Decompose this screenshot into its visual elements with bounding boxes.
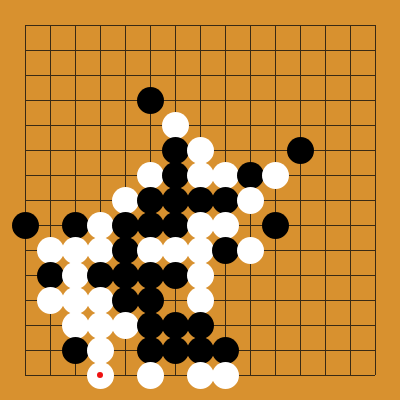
intersection[interactable]: [63, 63, 88, 88]
white-stone: [37, 287, 64, 314]
intersection[interactable]: [88, 13, 113, 38]
intersection[interactable]: [363, 213, 388, 238]
intersection[interactable]: [238, 263, 263, 288]
intersection[interactable]: [213, 238, 238, 263]
black-stone: [37, 262, 64, 289]
intersection[interactable]: [338, 13, 363, 38]
intersection[interactable]: [38, 288, 63, 313]
intersection[interactable]: [13, 363, 38, 388]
intersection[interactable]: [263, 313, 288, 338]
intersection[interactable]: [113, 138, 138, 163]
intersection[interactable]: [313, 338, 338, 363]
black-stone: [162, 212, 189, 239]
intersection[interactable]: [38, 363, 63, 388]
black-stone: [162, 337, 189, 364]
intersection[interactable]: [363, 113, 388, 138]
intersection[interactable]: [63, 288, 88, 313]
white-stone: [137, 237, 164, 264]
intersection[interactable]: [13, 213, 38, 238]
white-stone: [187, 162, 214, 189]
white-stone: [87, 362, 114, 389]
intersection[interactable]: [313, 88, 338, 113]
intersection[interactable]: [188, 63, 213, 88]
black-stone: [187, 337, 214, 364]
intersection[interactable]: [313, 238, 338, 263]
intersection[interactable]: [138, 163, 163, 188]
intersection[interactable]: [13, 38, 38, 63]
intersection[interactable]: [163, 263, 188, 288]
white-stone: [87, 337, 114, 364]
intersection[interactable]: [313, 313, 338, 338]
intersection[interactable]: [313, 363, 338, 388]
black-stone: [62, 337, 89, 364]
intersection[interactable]: [313, 163, 338, 188]
intersection[interactable]: [238, 88, 263, 113]
black-stone: [262, 212, 289, 239]
black-stone: [237, 162, 264, 189]
intersection[interactable]: [288, 363, 313, 388]
intersection[interactable]: [288, 313, 313, 338]
intersection[interactable]: [263, 263, 288, 288]
white-stone: [87, 287, 114, 314]
intersection[interactable]: [263, 138, 288, 163]
intersection[interactable]: [263, 288, 288, 313]
intersection[interactable]: [163, 338, 188, 363]
intersection[interactable]: [138, 363, 163, 388]
intersection[interactable]: [313, 213, 338, 238]
intersection[interactable]: [213, 213, 238, 238]
black-stone: [137, 312, 164, 339]
white-stone: [212, 212, 239, 239]
intersection[interactable]: [213, 263, 238, 288]
intersection[interactable]: [163, 363, 188, 388]
intersection[interactable]: [238, 213, 263, 238]
intersection[interactable]: [338, 238, 363, 263]
white-stone: [162, 237, 189, 264]
intersection[interactable]: [288, 13, 313, 38]
white-stone: [37, 237, 64, 264]
intersection[interactable]: [213, 288, 238, 313]
black-stone: [137, 287, 164, 314]
intersection[interactable]: [88, 288, 113, 313]
intersection[interactable]: [138, 113, 163, 138]
intersection[interactable]: [288, 188, 313, 213]
intersection[interactable]: [163, 13, 188, 38]
white-stone: [237, 187, 264, 214]
intersection[interactable]: [338, 313, 363, 338]
white-stone: [212, 362, 239, 389]
intersection[interactable]: [13, 288, 38, 313]
intersection[interactable]: [138, 138, 163, 163]
intersection[interactable]: [313, 188, 338, 213]
intersection[interactable]: [188, 38, 213, 63]
intersection[interactable]: [113, 38, 138, 63]
white-stone: [162, 112, 189, 139]
intersection[interactable]: [13, 63, 38, 88]
intersection[interactable]: [88, 163, 113, 188]
intersection[interactable]: [363, 288, 388, 313]
black-stone: [62, 212, 89, 239]
intersection[interactable]: [38, 63, 63, 88]
intersection[interactable]: [288, 238, 313, 263]
intersection[interactable]: [63, 363, 88, 388]
intersection[interactable]: [263, 363, 288, 388]
intersection[interactable]: [338, 213, 363, 238]
white-stone: [262, 162, 289, 189]
black-stone: [87, 262, 114, 289]
intersection[interactable]: [63, 213, 88, 238]
intersection[interactable]: [88, 363, 113, 388]
white-stone: [137, 362, 164, 389]
intersection[interactable]: [288, 338, 313, 363]
intersection[interactable]: [288, 213, 313, 238]
intersection[interactable]: [38, 238, 63, 263]
black-stone: [137, 212, 164, 239]
black-stone: [162, 312, 189, 339]
intersection[interactable]: [188, 163, 213, 188]
intersection[interactable]: [13, 263, 38, 288]
intersection[interactable]: [138, 13, 163, 38]
intersection[interactable]: [188, 13, 213, 38]
black-stone: [162, 137, 189, 164]
intersection[interactable]: [338, 88, 363, 113]
intersection[interactable]: [38, 338, 63, 363]
intersection[interactable]: [88, 63, 113, 88]
intersection[interactable]: [63, 338, 88, 363]
intersection[interactable]: [113, 88, 138, 113]
intersection[interactable]: [363, 313, 388, 338]
intersection[interactable]: [138, 213, 163, 238]
intersection[interactable]: [288, 63, 313, 88]
intersection[interactable]: [113, 188, 138, 213]
white-stone: [187, 137, 214, 164]
intersection[interactable]: [238, 313, 263, 338]
intersection[interactable]: [213, 88, 238, 113]
intersection[interactable]: [263, 338, 288, 363]
intersection[interactable]: [113, 288, 138, 313]
intersection[interactable]: [288, 38, 313, 63]
intersection[interactable]: [138, 338, 163, 363]
intersection[interactable]: [13, 163, 38, 188]
white-stone: [62, 262, 89, 289]
intersection[interactable]: [338, 263, 363, 288]
intersection[interactable]: [63, 38, 88, 63]
black-stone: [212, 187, 239, 214]
intersection[interactable]: [263, 38, 288, 63]
intersection[interactable]: [138, 288, 163, 313]
black-stone: [187, 312, 214, 339]
intersection[interactable]: [238, 363, 263, 388]
intersection[interactable]: [313, 113, 338, 138]
intersection[interactable]: [238, 288, 263, 313]
intersection[interactable]: [188, 263, 213, 288]
intersection[interactable]: [38, 163, 63, 188]
intersection[interactable]: [113, 163, 138, 188]
intersection[interactable]: [313, 288, 338, 313]
intersection[interactable]: [13, 313, 38, 338]
intersection[interactable]: [238, 138, 263, 163]
intersection[interactable]: [113, 13, 138, 38]
intersection[interactable]: [88, 338, 113, 363]
intersection[interactable]: [163, 288, 188, 313]
intersection[interactable]: [263, 63, 288, 88]
white-stone: [87, 312, 114, 339]
intersection[interactable]: [113, 113, 138, 138]
white-stone: [87, 237, 114, 264]
intersection[interactable]: [138, 263, 163, 288]
intersection[interactable]: [138, 88, 163, 113]
intersection[interactable]: [38, 113, 63, 138]
intersection[interactable]: [163, 38, 188, 63]
black-stone: [137, 187, 164, 214]
intersection[interactable]: [38, 88, 63, 113]
intersection[interactable]: [213, 313, 238, 338]
white-stone: [187, 212, 214, 239]
intersection[interactable]: [88, 113, 113, 138]
intersection[interactable]: [213, 63, 238, 88]
intersection[interactable]: [213, 163, 238, 188]
intersection[interactable]: [188, 288, 213, 313]
intersection[interactable]: [338, 138, 363, 163]
intersection[interactable]: [163, 313, 188, 338]
intersection[interactable]: [238, 338, 263, 363]
intersection[interactable]: [263, 13, 288, 38]
intersection[interactable]: [163, 163, 188, 188]
white-stone: [187, 362, 214, 389]
intersection[interactable]: [138, 63, 163, 88]
go-board[interactable]: [0, 0, 400, 400]
intersection[interactable]: [188, 338, 213, 363]
intersection[interactable]: [363, 63, 388, 88]
white-stone: [62, 287, 89, 314]
intersection[interactable]: [13, 13, 38, 38]
intersection[interactable]: [163, 238, 188, 263]
intersection[interactable]: [188, 238, 213, 263]
black-stone: [137, 262, 164, 289]
intersection[interactable]: [363, 138, 388, 163]
intersection[interactable]: [38, 213, 63, 238]
intersection[interactable]: [63, 313, 88, 338]
intersection[interactable]: [63, 138, 88, 163]
intersection[interactable]: [263, 163, 288, 188]
intersection[interactable]: [288, 138, 313, 163]
intersection[interactable]: [63, 163, 88, 188]
intersection[interactable]: [363, 38, 388, 63]
intersection[interactable]: [188, 88, 213, 113]
black-stone: [112, 262, 139, 289]
black-stone: [162, 162, 189, 189]
intersection[interactable]: [363, 163, 388, 188]
intersection[interactable]: [363, 263, 388, 288]
intersection[interactable]: [338, 288, 363, 313]
intersection[interactable]: [338, 188, 363, 213]
intersection[interactable]: [288, 88, 313, 113]
black-stone: [137, 337, 164, 364]
intersection[interactable]: [238, 13, 263, 38]
intersection[interactable]: [238, 63, 263, 88]
intersection[interactable]: [138, 188, 163, 213]
intersection[interactable]: [188, 313, 213, 338]
black-stone: [287, 137, 314, 164]
intersection[interactable]: [363, 188, 388, 213]
black-stone: [137, 87, 164, 114]
intersection[interactable]: [338, 338, 363, 363]
white-stone: [187, 262, 214, 289]
white-stone: [62, 237, 89, 264]
black-stone: [112, 237, 139, 264]
black-stone: [162, 187, 189, 214]
intersection[interactable]: [163, 88, 188, 113]
intersection[interactable]: [213, 138, 238, 163]
intersection[interactable]: [338, 38, 363, 63]
intersection[interactable]: [313, 38, 338, 63]
intersection[interactable]: [338, 63, 363, 88]
intersection[interactable]: [113, 63, 138, 88]
intersection[interactable]: [288, 113, 313, 138]
intersection[interactable]: [163, 138, 188, 163]
intersection[interactable]: [113, 313, 138, 338]
intersection[interactable]: [188, 188, 213, 213]
intersection[interactable]: [113, 263, 138, 288]
intersection[interactable]: [88, 188, 113, 213]
intersection[interactable]: [13, 188, 38, 213]
white-stone: [112, 312, 139, 339]
intersection[interactable]: [313, 63, 338, 88]
white-stone: [87, 212, 114, 239]
intersection[interactable]: [88, 263, 113, 288]
black-stone: [162, 262, 189, 289]
intersection[interactable]: [113, 238, 138, 263]
intersection[interactable]: [288, 163, 313, 188]
intersection[interactable]: [213, 13, 238, 38]
intersection[interactable]: [288, 288, 313, 313]
intersection[interactable]: [63, 263, 88, 288]
intersection[interactable]: [38, 38, 63, 63]
black-stone: [187, 187, 214, 214]
intersection[interactable]: [213, 188, 238, 213]
intersection[interactable]: [213, 113, 238, 138]
black-stone: [112, 287, 139, 314]
intersection[interactable]: [88, 213, 113, 238]
intersection[interactable]: [113, 338, 138, 363]
intersection[interactable]: [363, 13, 388, 38]
intersection[interactable]: [88, 88, 113, 113]
stones-layer: [13, 13, 388, 388]
intersection[interactable]: [263, 188, 288, 213]
intersection[interactable]: [38, 313, 63, 338]
intersection[interactable]: [88, 313, 113, 338]
intersection[interactable]: [63, 238, 88, 263]
intersection[interactable]: [88, 238, 113, 263]
intersection[interactable]: [113, 363, 138, 388]
intersection[interactable]: [238, 238, 263, 263]
intersection[interactable]: [363, 238, 388, 263]
intersection[interactable]: [263, 238, 288, 263]
intersection[interactable]: [13, 338, 38, 363]
black-stone: [212, 237, 239, 264]
intersection[interactable]: [263, 213, 288, 238]
intersection[interactable]: [38, 188, 63, 213]
intersection[interactable]: [13, 138, 38, 163]
intersection[interactable]: [188, 363, 213, 388]
intersection[interactable]: [88, 138, 113, 163]
intersection[interactable]: [63, 113, 88, 138]
intersection[interactable]: [263, 88, 288, 113]
intersection[interactable]: [13, 238, 38, 263]
intersection[interactable]: [338, 163, 363, 188]
black-stone: [112, 212, 139, 239]
intersection[interactable]: [238, 163, 263, 188]
intersection[interactable]: [213, 338, 238, 363]
intersection[interactable]: [313, 13, 338, 38]
intersection[interactable]: [163, 63, 188, 88]
intersection[interactable]: [213, 363, 238, 388]
black-stone: [12, 212, 39, 239]
intersection[interactable]: [313, 263, 338, 288]
intersection[interactable]: [238, 188, 263, 213]
intersection[interactable]: [288, 263, 313, 288]
intersection[interactable]: [363, 88, 388, 113]
intersection[interactable]: [163, 113, 188, 138]
intersection[interactable]: [163, 213, 188, 238]
intersection[interactable]: [13, 88, 38, 113]
intersection[interactable]: [38, 263, 63, 288]
white-stone: [112, 187, 139, 214]
intersection[interactable]: [138, 38, 163, 63]
intersection[interactable]: [38, 13, 63, 38]
intersection[interactable]: [238, 38, 263, 63]
intersection[interactable]: [213, 38, 238, 63]
white-stone: [187, 287, 214, 314]
intersection[interactable]: [188, 138, 213, 163]
intersection[interactable]: [88, 38, 113, 63]
intersection[interactable]: [63, 188, 88, 213]
intersection[interactable]: [63, 88, 88, 113]
white-stone: [137, 162, 164, 189]
intersection[interactable]: [138, 238, 163, 263]
intersection[interactable]: [363, 363, 388, 388]
intersection[interactable]: [188, 213, 213, 238]
intersection[interactable]: [338, 363, 363, 388]
intersection[interactable]: [138, 313, 163, 338]
white-stone: [62, 312, 89, 339]
intersection[interactable]: [38, 138, 63, 163]
intersection[interactable]: [113, 213, 138, 238]
white-stone: [212, 162, 239, 189]
intersection[interactable]: [313, 138, 338, 163]
intersection[interactable]: [238, 113, 263, 138]
black-stone: [212, 337, 239, 364]
intersection[interactable]: [163, 188, 188, 213]
intersection[interactable]: [363, 338, 388, 363]
white-stone: [237, 237, 264, 264]
intersection[interactable]: [13, 113, 38, 138]
intersection[interactable]: [263, 113, 288, 138]
intersection[interactable]: [338, 113, 363, 138]
intersection[interactable]: [188, 113, 213, 138]
last-move-marker: [97, 372, 103, 378]
white-stone: [187, 237, 214, 264]
intersection[interactable]: [63, 13, 88, 38]
